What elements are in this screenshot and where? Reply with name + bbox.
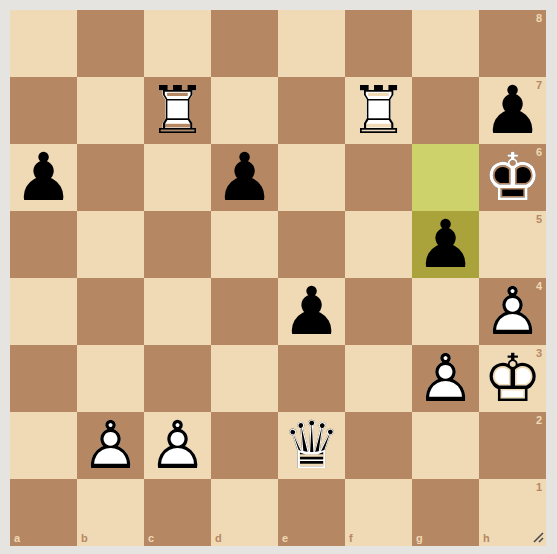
rank-label-2: 2 [536,414,542,426]
black-pawn-fill-glyph: ♟ [412,211,479,278]
square-h6[interactable]: ♚♔6 [479,144,546,211]
square-f6[interactable] [345,144,412,211]
board-resize-handle-icon[interactable] [531,530,545,544]
square-f8[interactable] [345,10,412,77]
square-f7[interactable]: ♜♖ [345,77,412,144]
black-pawn-outline-glyph: ♙ [211,144,278,211]
black-pawn-fill-glyph: ♟ [211,144,278,211]
square-e3[interactable] [278,345,345,412]
white-pawn-outline-glyph: ♙ [77,412,144,479]
black-pawn-outline-glyph: ♙ [412,211,479,278]
square-d3[interactable] [211,345,278,412]
file-label-f: f [349,532,353,544]
square-e7[interactable] [278,77,345,144]
square-g7[interactable] [412,77,479,144]
white-rook[interactable]: ♜♖ [345,77,412,144]
square-e1[interactable]: e [278,479,345,546]
file-label-a: a [14,532,20,544]
square-b6[interactable] [77,144,144,211]
square-c2[interactable]: ♟♙ [144,412,211,479]
chess-board[interactable]: 8♜♖♜♖♟♙7♟♙♟♙♚♔6♟♙5♟♙♟♙4♟♙♚♔3♟♙♟♙♛♕2abcde… [10,10,546,546]
square-h7[interactable]: ♟♙7 [479,77,546,144]
square-b5[interactable] [77,211,144,278]
rank-label-1: 1 [536,481,542,493]
square-d8[interactable] [211,10,278,77]
square-f4[interactable] [345,278,412,345]
square-c5[interactable] [144,211,211,278]
file-label-h: h [483,532,490,544]
square-c4[interactable] [144,278,211,345]
file-label-c: c [148,532,154,544]
square-d4[interactable] [211,278,278,345]
square-h3[interactable]: ♚♔3 [479,345,546,412]
square-f1[interactable]: f [345,479,412,546]
white-pawn[interactable]: ♟♙ [77,412,144,479]
rank-label-5: 5 [536,213,542,225]
white-rook-outline-glyph: ♖ [345,77,412,144]
square-d7[interactable] [211,77,278,144]
square-g3[interactable]: ♟♙ [412,345,479,412]
square-g8[interactable] [412,10,479,77]
black-queen-outline-glyph: ♕ [278,412,345,479]
square-b4[interactable] [77,278,144,345]
black-pawn-fill-glyph: ♟ [278,278,345,345]
white-pawn[interactable]: ♟♙ [144,412,211,479]
page-background: { "game": "chess", "position": { "fen": … [0,0,557,554]
white-rook[interactable]: ♜♖ [144,77,211,144]
square-b1[interactable]: b [77,479,144,546]
white-rook-fill-glyph: ♜ [144,77,211,144]
square-g5[interactable]: ♟♙ [412,211,479,278]
square-b3[interactable] [77,345,144,412]
square-c6[interactable] [144,144,211,211]
square-c7[interactable]: ♜♖ [144,77,211,144]
white-rook-outline-glyph: ♖ [144,77,211,144]
black-pawn[interactable]: ♟♙ [278,278,345,345]
black-pawn[interactable]: ♟♙ [412,211,479,278]
square-c8[interactable] [144,10,211,77]
square-b7[interactable] [77,77,144,144]
square-e6[interactable] [278,144,345,211]
square-h4[interactable]: ♟♙4 [479,278,546,345]
square-e2[interactable]: ♛♕ [278,412,345,479]
white-pawn-fill-glyph: ♟ [412,345,479,412]
rank-label-8: 8 [536,12,542,24]
file-label-b: b [81,532,88,544]
square-a5[interactable] [10,211,77,278]
black-pawn[interactable]: ♟♙ [10,144,77,211]
square-e4[interactable]: ♟♙ [278,278,345,345]
white-pawn-fill-glyph: ♟ [77,412,144,479]
square-d2[interactable] [211,412,278,479]
square-e5[interactable] [278,211,345,278]
square-h8[interactable]: 8 [479,10,546,77]
square-g4[interactable] [412,278,479,345]
file-label-g: g [416,532,423,544]
square-a4[interactable] [10,278,77,345]
square-a8[interactable] [10,10,77,77]
square-b8[interactable] [77,10,144,77]
square-d5[interactable] [211,211,278,278]
rank-label-4: 4 [536,280,542,292]
black-queen[interactable]: ♛♕ [278,412,345,479]
black-pawn[interactable]: ♟♙ [211,144,278,211]
white-pawn-outline-glyph: ♙ [412,345,479,412]
square-a7[interactable] [10,77,77,144]
square-g6[interactable] [412,144,479,211]
square-a6[interactable]: ♟♙ [10,144,77,211]
square-g1[interactable]: g [412,479,479,546]
black-pawn-fill-glyph: ♟ [10,144,77,211]
square-c1[interactable]: c [144,479,211,546]
white-pawn-outline-glyph: ♙ [144,412,211,479]
square-d6[interactable]: ♟♙ [211,144,278,211]
square-a1[interactable]: a [10,479,77,546]
square-g2[interactable] [412,412,479,479]
square-a2[interactable] [10,412,77,479]
square-e8[interactable] [278,10,345,77]
black-pawn-outline-glyph: ♙ [10,144,77,211]
square-f5[interactable] [345,211,412,278]
square-h2[interactable]: 2 [479,412,546,479]
white-pawn[interactable]: ♟♙ [412,345,479,412]
square-a3[interactable] [10,345,77,412]
white-pawn-fill-glyph: ♟ [144,412,211,479]
rank-label-3: 3 [536,347,542,359]
black-queen-fill-glyph: ♛ [278,412,345,479]
square-c3[interactable] [144,345,211,412]
rank-label-7: 7 [536,79,542,91]
white-rook-fill-glyph: ♜ [345,77,412,144]
square-d1[interactable]: d [211,479,278,546]
file-label-d: d [215,532,222,544]
square-h5[interactable]: 5 [479,211,546,278]
black-pawn-outline-glyph: ♙ [278,278,345,345]
file-label-e: e [282,532,288,544]
square-f3[interactable] [345,345,412,412]
square-f2[interactable] [345,412,412,479]
rank-label-6: 6 [536,146,542,158]
square-b2[interactable]: ♟♙ [77,412,144,479]
